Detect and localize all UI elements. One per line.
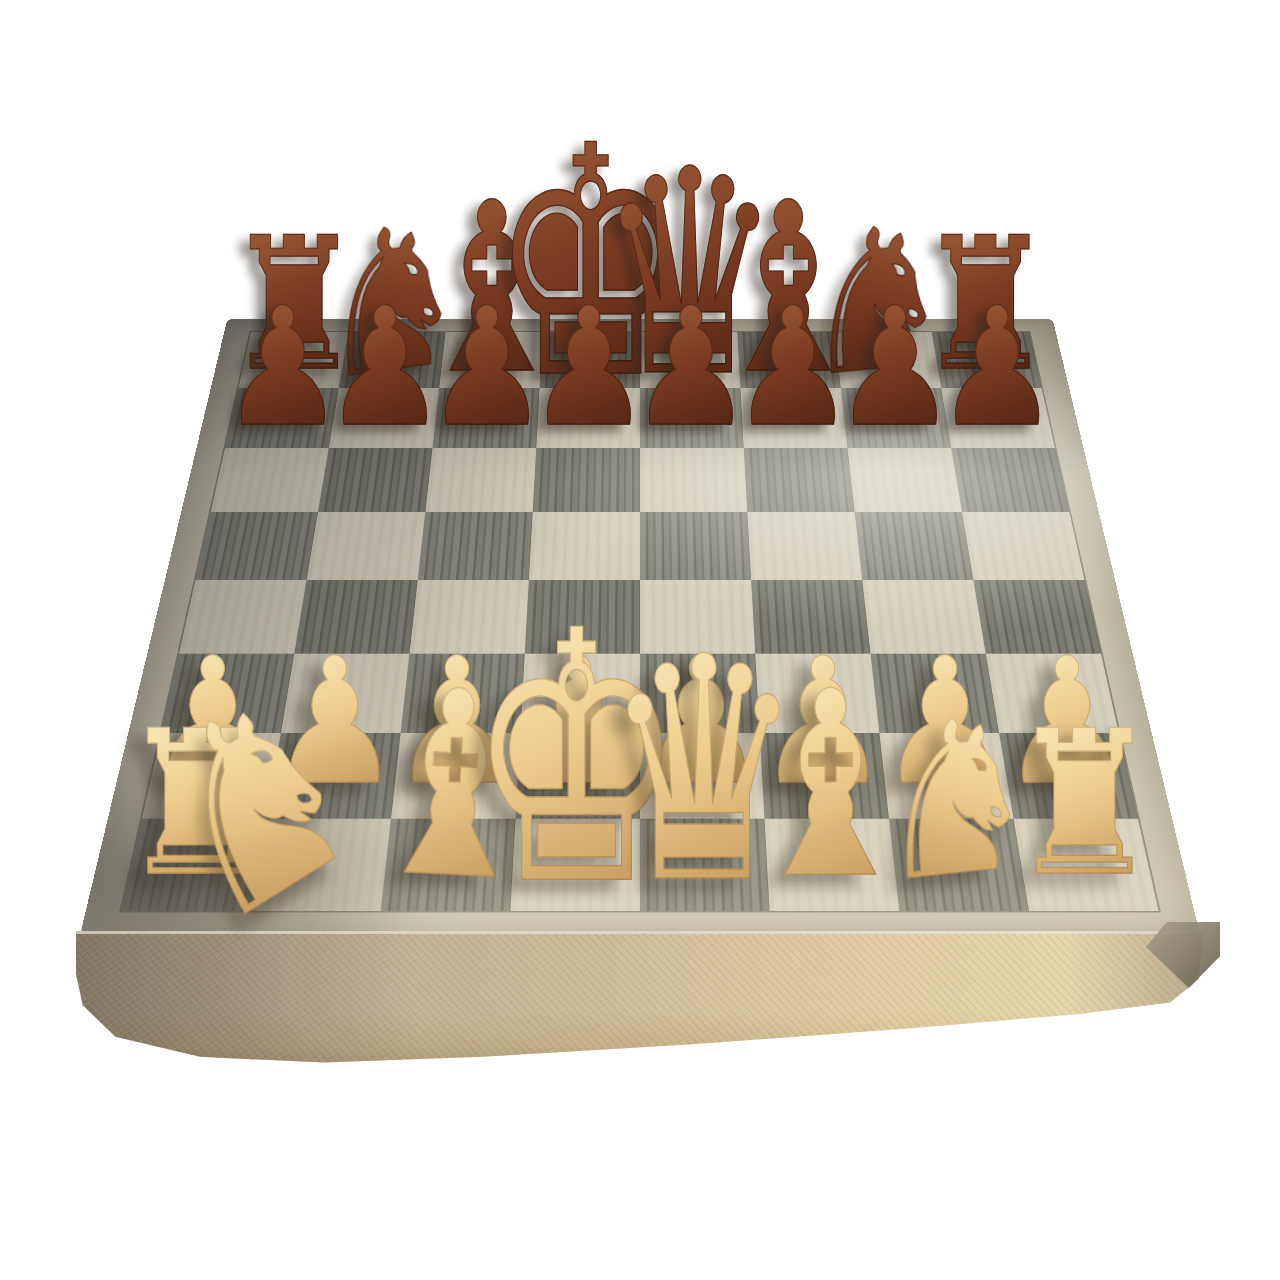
black-pawn-icon: ♟ [935, 286, 1059, 450]
square-f5[interactable] [747, 512, 862, 580]
square-h5[interactable] [962, 512, 1085, 580]
square-a5[interactable] [195, 512, 318, 580]
square-b5[interactable] [307, 512, 426, 580]
square-g5[interactable] [855, 512, 974, 580]
chess-photo-scene: ♜♞♝♚♛♝♞♜♟♟♟♟♟♟♟♟♟♟♟♟♟♟♟♟♜♞♝♚♛♝♞♜ [0, 0, 1280, 1280]
piece-white-rook-h1[interactable]: ♜ [1009, 735, 1161, 904]
pieces-layer: ♜♞♝♚♛♝♞♜♟♟♟♟♟♟♟♟♟♟♟♟♟♟♟♟♜♞♝♚♛♝♞♜ [0, 0, 1280, 1280]
piece-black-pawn-h7[interactable]: ♟ [935, 311, 1059, 450]
white-rook-icon: ♜ [1009, 704, 1161, 904]
